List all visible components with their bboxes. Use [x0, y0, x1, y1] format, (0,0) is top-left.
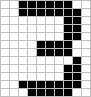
grid-cell-r5c6[interactable] — [55, 41, 63, 48]
grid-cell-r2c5[interactable] — [46, 17, 54, 24]
grid-cell-r5c8[interactable] — [73, 41, 81, 48]
grid-cell-r7c2[interactable] — [19, 57, 27, 64]
grid-cell-r3c4[interactable] — [37, 25, 45, 32]
grid-cell-r10c4[interactable] — [37, 81, 45, 88]
grid-cell-r4c5[interactable] — [46, 33, 54, 40]
grid-cell-r0c7[interactable] — [64, 1, 72, 8]
grid-cell-r10c0[interactable] — [1, 81, 9, 88]
grid-cell-r7c3[interactable] — [28, 57, 36, 64]
grid-cell-r6c9[interactable] — [82, 49, 90, 56]
grid-cell-r10c7[interactable] — [64, 81, 72, 88]
grid-cell-r10c9[interactable] — [82, 81, 90, 88]
grid-cell-r5c4[interactable] — [37, 41, 45, 48]
grid-cell-r1c0[interactable] — [1, 9, 9, 16]
grid-cell-r7c5[interactable] — [46, 57, 54, 64]
grid-cell-r9c5[interactable] — [46, 73, 54, 80]
grid-cell-r2c3[interactable] — [28, 17, 36, 24]
grid-cell-r2c9[interactable] — [82, 17, 90, 24]
grid-cell-r4c3[interactable] — [28, 33, 36, 40]
grid-cell-r6c4[interactable] — [37, 49, 45, 56]
grid-cell-r9c7[interactable] — [64, 73, 72, 80]
grid-cell-r6c3[interactable] — [28, 49, 36, 56]
grid-cell-r2c4[interactable] — [37, 17, 45, 24]
grid-cell-r9c1[interactable] — [10, 73, 18, 80]
grid-cell-r5c9[interactable] — [82, 41, 90, 48]
grid-cell-r6c8[interactable] — [73, 49, 81, 56]
grid-cell-r3c7[interactable] — [64, 25, 72, 32]
grid-cell-r7c9[interactable] — [82, 57, 90, 64]
grid-cell-r5c3[interactable] — [28, 41, 36, 48]
grid-cell-r11c8[interactable] — [73, 89, 81, 96]
grid-cell-r4c7[interactable] — [64, 33, 72, 40]
grid-cell-r9c6[interactable] — [55, 73, 63, 80]
grid-cell-r8c8[interactable] — [73, 65, 81, 72]
grid-cell-r10c2[interactable] — [19, 81, 27, 88]
grid-cell-r9c3[interactable] — [28, 73, 36, 80]
grid-cell-r4c4[interactable] — [37, 33, 45, 40]
grid-cell-r5c7[interactable] — [64, 41, 72, 48]
grid-cell-r0c8[interactable] — [73, 1, 81, 8]
grid-cell-r1c5[interactable] — [46, 9, 54, 16]
grid-cell-r2c7[interactable] — [64, 17, 72, 24]
grid-cell-r6c7[interactable] — [64, 49, 72, 56]
grid-cell-r3c5[interactable] — [46, 25, 54, 32]
grid-cell-r2c8[interactable] — [73, 17, 81, 24]
grid-cell-r0c4[interactable] — [37, 1, 45, 8]
grid-cell-r7c7[interactable] — [64, 57, 72, 64]
grid-cell-r5c1[interactable] — [10, 41, 18, 48]
grid-cell-r3c9[interactable] — [82, 25, 90, 32]
grid-cell-r4c2[interactable] — [19, 33, 27, 40]
grid-cell-r11c5[interactable] — [46, 89, 54, 96]
grid-cell-r0c1[interactable] — [10, 1, 18, 8]
grid-cell-r8c2[interactable] — [19, 65, 27, 72]
grid-cell-r4c6[interactable] — [55, 33, 63, 40]
grid-cell-r6c5[interactable] — [46, 49, 54, 56]
grid-cell-r10c5[interactable] — [46, 81, 54, 88]
grid-cell-r10c1[interactable] — [10, 81, 18, 88]
grid-cell-r9c4[interactable] — [37, 73, 45, 80]
grid-cell-r3c2[interactable] — [19, 25, 27, 32]
grid-cell-r11c3[interactable] — [28, 89, 36, 96]
grid-cell-r7c8[interactable] — [73, 57, 81, 64]
grid-cell-r6c1[interactable] — [10, 49, 18, 56]
grid-cell-r11c1[interactable] — [10, 89, 18, 96]
grid-cell-r3c0[interactable] — [1, 25, 9, 32]
grid-cell-r4c9[interactable] — [82, 33, 90, 40]
grid-cell-r0c3[interactable] — [28, 1, 36, 8]
grid-cell-r9c8[interactable] — [73, 73, 81, 80]
grid-cell-r8c4[interactable] — [37, 65, 45, 72]
grid-cell-r8c7[interactable] — [64, 65, 72, 72]
grid-cell-r8c5[interactable] — [46, 65, 54, 72]
grid-cell-r7c1[interactable] — [10, 57, 18, 64]
grid-cell-r11c4[interactable] — [37, 89, 45, 96]
grid-cell-r8c0[interactable] — [1, 65, 9, 72]
grid-cell-r8c9[interactable] — [82, 65, 90, 72]
grid-cell-r5c2[interactable] — [19, 41, 27, 48]
grid-cell-r9c9[interactable] — [82, 73, 90, 80]
grid-cell-r2c6[interactable] — [55, 17, 63, 24]
grid-cell-r6c0[interactable] — [1, 49, 9, 56]
grid-cell-r0c6[interactable] — [55, 1, 63, 8]
grid-cell-r10c8[interactable] — [73, 81, 81, 88]
grid-cell-r0c9[interactable] — [82, 1, 90, 8]
grid-cell-r1c3[interactable] — [28, 9, 36, 16]
grid-cell-r5c0[interactable] — [1, 41, 9, 48]
grid-cell-r9c2[interactable] — [19, 73, 27, 80]
grid-cell-r10c6[interactable] — [55, 81, 63, 88]
grid-cell-r1c1[interactable] — [10, 9, 18, 16]
grid-cell-r8c1[interactable] — [10, 65, 18, 72]
grid-cell-r1c9[interactable] — [82, 9, 90, 16]
grid-cell-r8c6[interactable] — [55, 65, 63, 72]
grid-cell-r1c2[interactable] — [19, 9, 27, 16]
grid-cell-r3c3[interactable] — [28, 25, 36, 32]
grid-cell-r1c7[interactable] — [64, 9, 72, 16]
grid-cell-r3c8[interactable] — [73, 25, 81, 32]
grid-cell-r0c0[interactable] — [1, 1, 9, 8]
grid-cell-r3c1[interactable] — [10, 25, 18, 32]
grid-cell-r11c2[interactable] — [19, 89, 27, 96]
pixel-grid — [0, 0, 91, 97]
grid-cell-r11c6[interactable] — [55, 89, 63, 96]
grid-cell-r6c6[interactable] — [55, 49, 63, 56]
grid-cell-r11c0[interactable] — [1, 89, 9, 96]
grid-cell-r6c2[interactable] — [19, 49, 27, 56]
grid-cell-r4c0[interactable] — [1, 33, 9, 40]
grid-cell-r8c3[interactable] — [28, 65, 36, 72]
grid-cell-r2c0[interactable] — [1, 17, 9, 24]
grid-cell-r4c8[interactable] — [73, 33, 81, 40]
grid-cell-r1c8[interactable] — [73, 9, 81, 16]
grid-cell-r9c0[interactable] — [1, 73, 9, 80]
grid-cell-r10c3[interactable] — [28, 81, 36, 88]
grid-cell-r3c6[interactable] — [55, 25, 63, 32]
grid-cell-r0c5[interactable] — [46, 1, 54, 8]
grid-cell-r2c1[interactable] — [10, 17, 18, 24]
grid-cell-r7c4[interactable] — [37, 57, 45, 64]
grid-cell-r11c9[interactable] — [82, 89, 90, 96]
grid-cell-r4c1[interactable] — [10, 33, 18, 40]
grid-cell-r11c7[interactable] — [64, 89, 72, 96]
grid-cell-r1c6[interactable] — [55, 9, 63, 16]
grid-cell-r7c6[interactable] — [55, 57, 63, 64]
grid-cell-r1c4[interactable] — [37, 9, 45, 16]
grid-cell-r5c5[interactable] — [46, 41, 54, 48]
grid-cell-r7c0[interactable] — [1, 57, 9, 64]
grid-cell-r2c2[interactable] — [19, 17, 27, 24]
grid-cell-r0c2[interactable] — [19, 1, 27, 8]
